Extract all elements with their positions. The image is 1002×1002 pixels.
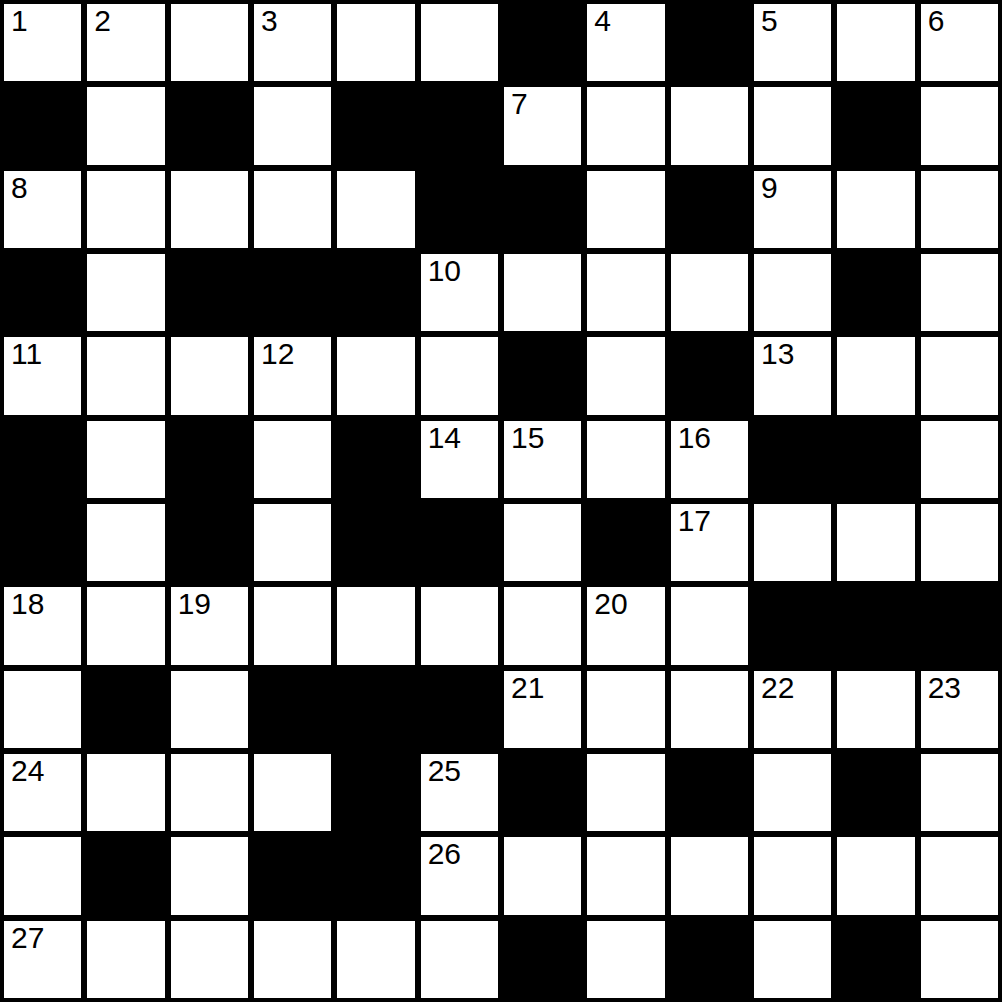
block-cell [4, 254, 81, 331]
grid-cell[interactable] [4, 671, 81, 748]
grid-cell[interactable]: 3 [254, 4, 331, 81]
grid-cell[interactable]: 20 [587, 587, 664, 664]
grid-cell[interactable] [337, 4, 414, 81]
block-cell [337, 504, 414, 581]
grid-cell[interactable] [171, 337, 248, 414]
block-cell [87, 671, 164, 748]
grid-cell[interactable]: 19 [171, 587, 248, 664]
grid-cell[interactable] [671, 587, 748, 664]
grid-cell[interactable]: 10 [421, 254, 498, 331]
grid-cell[interactable] [921, 337, 998, 414]
grid-cell[interactable] [421, 921, 498, 998]
grid-cell[interactable]: 26 [421, 837, 498, 914]
grid-cell[interactable] [171, 4, 248, 81]
grid-cell[interactable] [837, 171, 914, 248]
clue-number: 3 [261, 6, 278, 36]
grid-cell[interactable] [754, 87, 831, 164]
block-cell [671, 921, 748, 998]
grid-cell[interactable] [87, 754, 164, 831]
clue-number: 7 [511, 89, 528, 119]
grid-cell[interactable] [87, 504, 164, 581]
grid-cell[interactable]: 21 [504, 671, 581, 748]
block-cell [837, 421, 914, 498]
clue-number: 9 [761, 173, 778, 203]
grid-cell[interactable] [421, 4, 498, 81]
grid-cell[interactable] [837, 337, 914, 414]
grid-cell[interactable]: 23 [921, 671, 998, 748]
grid-cell[interactable] [421, 587, 498, 664]
block-cell [337, 87, 414, 164]
grid-cell[interactable]: 4 [587, 4, 664, 81]
clue-number: 8 [11, 173, 28, 203]
block-cell [504, 921, 581, 998]
grid-cell[interactable] [254, 504, 331, 581]
grid-cell[interactable] [837, 504, 914, 581]
block-cell [421, 171, 498, 248]
block-cell [337, 671, 414, 748]
block-cell [171, 421, 248, 498]
grid-cell[interactable] [921, 421, 998, 498]
grid-cell[interactable] [921, 837, 998, 914]
grid-cell[interactable] [254, 754, 331, 831]
grid-cell[interactable] [171, 671, 248, 748]
block-cell [421, 671, 498, 748]
grid-cell[interactable]: 13 [754, 337, 831, 414]
grid-cell[interactable] [587, 754, 664, 831]
block-cell [504, 337, 581, 414]
clue-number: 24 [11, 756, 44, 786]
grid-cell[interactable] [921, 754, 998, 831]
block-cell [337, 254, 414, 331]
clue-number: 14 [428, 423, 461, 453]
grid-cell[interactable] [587, 837, 664, 914]
grid-cell[interactable] [587, 87, 664, 164]
grid-cell[interactable]: 25 [421, 754, 498, 831]
grid-cell[interactable]: 12 [254, 337, 331, 414]
clue-number: 19 [178, 589, 211, 619]
grid-cell[interactable] [587, 337, 664, 414]
grid-cell[interactable] [504, 504, 581, 581]
block-cell [504, 754, 581, 831]
block-cell [4, 87, 81, 164]
block-cell [921, 587, 998, 664]
block-cell [421, 504, 498, 581]
grid-cell[interactable] [87, 171, 164, 248]
clue-number: 22 [761, 673, 794, 703]
clue-number: 13 [761, 339, 794, 369]
block-cell [671, 754, 748, 831]
grid-cell[interactable] [171, 754, 248, 831]
grid-cell[interactable] [171, 921, 248, 998]
grid-cell[interactable] [921, 171, 998, 248]
clue-number: 6 [928, 6, 945, 36]
clue-number: 20 [594, 589, 627, 619]
block-cell [171, 504, 248, 581]
grid-cell[interactable] [837, 837, 914, 914]
grid-cell[interactable] [87, 421, 164, 498]
grid-cell[interactable] [837, 671, 914, 748]
grid-cell[interactable] [4, 837, 81, 914]
clue-number: 18 [11, 589, 44, 619]
grid-cell[interactable] [254, 421, 331, 498]
grid-cell[interactable] [754, 254, 831, 331]
grid-cell[interactable] [254, 921, 331, 998]
grid-cell[interactable] [921, 254, 998, 331]
grid-cell[interactable] [337, 171, 414, 248]
block-cell [254, 671, 331, 748]
grid-cell[interactable]: 7 [504, 87, 581, 164]
block-cell [671, 4, 748, 81]
grid-cell[interactable] [587, 171, 664, 248]
crossword-grid: 1234567891011121314151617181920212223242… [0, 0, 1002, 1002]
grid-cell[interactable] [254, 587, 331, 664]
grid-cell[interactable] [671, 671, 748, 748]
clue-number: 15 [511, 423, 544, 453]
grid-cell[interactable] [421, 337, 498, 414]
block-cell [504, 4, 581, 81]
block-cell [837, 87, 914, 164]
grid-cell[interactable] [671, 87, 748, 164]
grid-cell[interactable]: 11 [4, 337, 81, 414]
grid-cell[interactable]: 8 [4, 171, 81, 248]
grid-cell[interactable] [587, 254, 664, 331]
grid-cell[interactable] [87, 587, 164, 664]
grid-cell[interactable] [921, 921, 998, 998]
grid-cell[interactable] [87, 87, 164, 164]
grid-cell[interactable] [671, 254, 748, 331]
grid-cell[interactable] [587, 421, 664, 498]
grid-cell[interactable] [754, 504, 831, 581]
clue-number: 26 [428, 839, 461, 869]
block-cell [4, 421, 81, 498]
block-cell [754, 421, 831, 498]
grid-cell[interactable]: 18 [4, 587, 81, 664]
block-cell [837, 754, 914, 831]
block-cell [671, 171, 748, 248]
grid-cell[interactable] [171, 171, 248, 248]
grid-cell[interactable] [671, 837, 748, 914]
block-cell [337, 421, 414, 498]
grid-cell[interactable]: 15 [504, 421, 581, 498]
grid-cell[interactable]: 16 [671, 421, 748, 498]
grid-cell[interactable] [337, 921, 414, 998]
clue-number: 1 [11, 6, 28, 36]
grid-cell[interactable] [837, 4, 914, 81]
grid-cell[interactable] [587, 671, 664, 748]
grid-cell[interactable] [504, 837, 581, 914]
clue-number: 27 [11, 923, 44, 953]
grid-cell[interactable]: 17 [671, 504, 748, 581]
clue-number: 2 [94, 6, 111, 36]
block-cell [4, 504, 81, 581]
block-cell [837, 921, 914, 998]
grid-cell[interactable] [254, 87, 331, 164]
clue-number: 4 [594, 6, 611, 36]
grid-cell[interactable] [87, 254, 164, 331]
grid-cell[interactable]: 9 [754, 171, 831, 248]
block-cell [337, 837, 414, 914]
block-cell [837, 587, 914, 664]
block-cell [254, 254, 331, 331]
grid-cell[interactable]: 22 [754, 671, 831, 748]
clue-number: 25 [428, 756, 461, 786]
clue-number: 10 [428, 256, 461, 286]
grid-cell[interactable]: 14 [421, 421, 498, 498]
block-cell [671, 337, 748, 414]
grid-cell[interactable]: 27 [4, 921, 81, 998]
grid-cell[interactable] [504, 587, 581, 664]
clue-number: 21 [511, 673, 544, 703]
grid-cell[interactable] [87, 337, 164, 414]
block-cell [337, 754, 414, 831]
grid-cell[interactable]: 2 [87, 4, 164, 81]
grid-cell[interactable] [754, 921, 831, 998]
grid-cell[interactable] [254, 171, 331, 248]
block-cell [87, 837, 164, 914]
block-cell [421, 87, 498, 164]
grid-cell[interactable]: 24 [4, 754, 81, 831]
clue-number: 16 [678, 423, 711, 453]
grid-cell[interactable]: 1 [4, 4, 81, 81]
block-cell [171, 254, 248, 331]
grid-cell[interactable] [171, 837, 248, 914]
grid-cell[interactable] [337, 587, 414, 664]
grid-cell[interactable] [921, 504, 998, 581]
grid-cell[interactable] [921, 87, 998, 164]
block-cell [754, 587, 831, 664]
block-cell [171, 87, 248, 164]
grid-cell[interactable] [504, 254, 581, 331]
grid-cell[interactable] [587, 921, 664, 998]
clue-number: 17 [678, 506, 711, 536]
clue-number: 5 [761, 6, 778, 36]
grid-cell[interactable] [754, 754, 831, 831]
clue-number: 11 [11, 339, 42, 369]
block-cell [504, 171, 581, 248]
grid-cell[interactable] [337, 337, 414, 414]
clue-number: 23 [928, 673, 961, 703]
grid-cell[interactable] [754, 837, 831, 914]
grid-cell[interactable] [87, 921, 164, 998]
grid-cell[interactable]: 6 [921, 4, 998, 81]
block-cell [587, 504, 664, 581]
clue-number: 12 [261, 339, 294, 369]
block-cell [837, 254, 914, 331]
block-cell [254, 837, 331, 914]
grid-cell[interactable]: 5 [754, 4, 831, 81]
